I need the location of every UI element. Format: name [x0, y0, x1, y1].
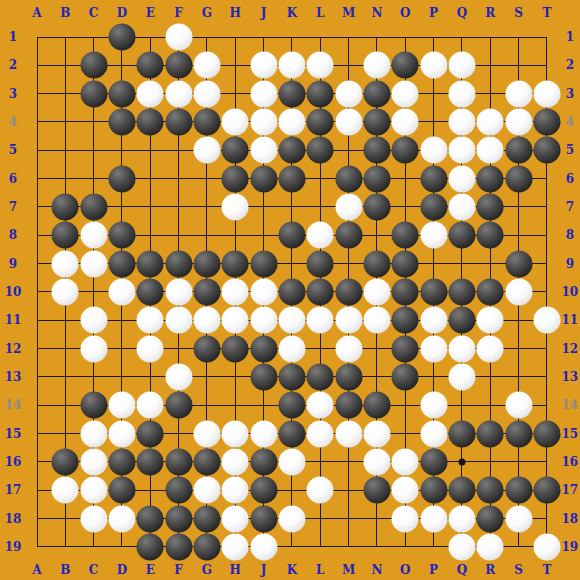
col-label-bottom-D: D — [117, 563, 127, 577]
intersection-S12[interactable] — [505, 335, 533, 363]
intersection-A7[interactable] — [23, 193, 51, 221]
intersection-P3[interactable] — [420, 80, 448, 108]
intersection-G1[interactable] — [193, 23, 221, 51]
row-label-left-2: 2 — [9, 58, 17, 72]
white-stone-B17 — [52, 477, 79, 504]
intersection-G6[interactable] — [193, 165, 221, 193]
white-stone-Q12 — [448, 335, 475, 362]
black-stone-Q10 — [448, 278, 475, 305]
intersection-H3[interactable] — [221, 80, 249, 108]
row-label-right-15: 15 — [562, 427, 579, 441]
intersection-T2[interactable] — [533, 51, 561, 79]
intersection-S19[interactable] — [505, 533, 533, 561]
black-stone-B16 — [52, 448, 79, 475]
intersection-T9[interactable] — [533, 250, 561, 278]
intersection-K1[interactable] — [278, 23, 306, 51]
intersection-C5[interactable] — [80, 136, 108, 164]
row-label-right-12: 12 — [562, 342, 579, 356]
black-stone-O10 — [392, 278, 419, 305]
intersection-J7[interactable] — [250, 193, 278, 221]
black-stone-M10 — [335, 278, 362, 305]
intersection-E5[interactable] — [136, 136, 164, 164]
row-label-right-19: 19 — [562, 540, 579, 554]
intersection-O19[interactable] — [391, 533, 419, 561]
intersection-T14[interactable] — [533, 391, 561, 419]
intersection-M18[interactable] — [335, 505, 363, 533]
black-stone-Q15 — [448, 420, 475, 447]
black-stone-N6 — [363, 165, 390, 192]
intersection-B3[interactable] — [51, 80, 79, 108]
row-label-left-7: 7 — [9, 200, 17, 214]
black-stone-E16 — [137, 448, 164, 475]
col-label-bottom-Q: Q — [457, 563, 467, 577]
row-label-right-17: 17 — [562, 483, 579, 497]
white-stone-Q5 — [448, 137, 475, 164]
intersection-S7[interactable] — [505, 193, 533, 221]
intersection-A5[interactable] — [23, 136, 51, 164]
intersection-E13[interactable] — [136, 363, 164, 391]
intersection-K17[interactable] — [278, 476, 306, 504]
white-stone-Q13 — [448, 363, 475, 390]
col-label-bottom-E: E — [146, 563, 155, 577]
white-stone-J2 — [250, 52, 277, 79]
intersection-J14[interactable] — [250, 391, 278, 419]
white-stone-H4 — [222, 108, 249, 135]
black-stone-Q17 — [448, 477, 475, 504]
black-stone-E4 — [137, 108, 164, 135]
white-stone-M11 — [335, 307, 362, 334]
col-label-bottom-F: F — [174, 563, 183, 577]
intersection-D5[interactable] — [108, 136, 136, 164]
white-stone-N16 — [363, 448, 390, 475]
intersection-A17[interactable] — [23, 476, 51, 504]
intersection-C1[interactable] — [80, 23, 108, 51]
black-stone-F16 — [165, 448, 192, 475]
black-stone-L13 — [307, 363, 334, 390]
black-stone-R6 — [477, 165, 504, 192]
intersection-C10[interactable] — [80, 278, 108, 306]
black-stone-P6 — [420, 165, 447, 192]
white-stone-H15 — [222, 420, 249, 447]
white-stone-N10 — [363, 278, 390, 305]
intersection-T8[interactable] — [533, 221, 561, 249]
black-stone-B7 — [52, 193, 79, 220]
intersection-B14[interactable] — [51, 391, 79, 419]
white-stone-G17 — [193, 477, 220, 504]
intersection-S2[interactable] — [505, 51, 533, 79]
intersection-L18[interactable] — [306, 505, 334, 533]
black-stone-E18 — [137, 505, 164, 532]
intersection-A1[interactable] — [23, 23, 51, 51]
intersection-L19[interactable] — [306, 533, 334, 561]
col-label-top-Q: Q — [457, 6, 467, 20]
black-stone-N3 — [363, 80, 390, 107]
black-stone-O12 — [392, 335, 419, 362]
intersection-T7[interactable] — [533, 193, 561, 221]
intersection-J8[interactable] — [250, 221, 278, 249]
white-stone-N15 — [363, 420, 390, 447]
intersection-E17[interactable] — [136, 476, 164, 504]
white-stone-L8 — [307, 222, 334, 249]
black-stone-F4 — [165, 108, 192, 135]
intersection-B2[interactable] — [51, 51, 79, 79]
intersection-A18[interactable] — [23, 505, 51, 533]
black-stone-N5 — [363, 137, 390, 164]
intersection-A8[interactable] — [23, 221, 51, 249]
col-label-top-K: K — [287, 6, 297, 20]
intersection-L12[interactable] — [306, 335, 334, 363]
intersection-N19[interactable] — [363, 533, 391, 561]
black-stone-K14 — [278, 392, 305, 419]
col-label-top-E: E — [146, 6, 155, 20]
intersection-H13[interactable] — [221, 363, 249, 391]
intersection-O1[interactable] — [391, 23, 419, 51]
intersection-F15[interactable] — [165, 420, 193, 448]
intersection-C13[interactable] — [80, 363, 108, 391]
intersection-P4[interactable] — [420, 108, 448, 136]
white-stone-P11 — [420, 307, 447, 334]
intersection-H8[interactable] — [221, 221, 249, 249]
intersection-S1[interactable] — [505, 23, 533, 51]
black-stone-S15 — [505, 420, 532, 447]
col-label-top-M: M — [342, 6, 355, 20]
black-stone-G12 — [193, 335, 220, 362]
intersection-K9[interactable] — [278, 250, 306, 278]
black-stone-M6 — [335, 165, 362, 192]
intersection-F7[interactable] — [165, 193, 193, 221]
col-label-bottom-O: O — [400, 563, 410, 577]
intersection-D12[interactable] — [108, 335, 136, 363]
row-label-left-6: 6 — [9, 172, 17, 186]
col-label-top-N: N — [371, 6, 382, 20]
intersection-A6[interactable] — [23, 165, 51, 193]
intersection-S13[interactable] — [505, 363, 533, 391]
black-stone-G19 — [193, 533, 220, 560]
white-stone-Q7 — [448, 193, 475, 220]
white-stone-O3 — [392, 80, 419, 107]
intersection-N1[interactable] — [363, 23, 391, 51]
intersection-M19[interactable] — [335, 533, 363, 561]
row-label-left-13: 13 — [5, 370, 22, 384]
black-stone-S17 — [505, 477, 532, 504]
black-stone-O9 — [392, 250, 419, 277]
intersection-B4[interactable] — [51, 108, 79, 136]
intersection-B19[interactable] — [51, 533, 79, 561]
row-label-right-18: 18 — [562, 512, 579, 526]
black-stone-H5 — [222, 137, 249, 164]
white-stone-K16 — [278, 448, 305, 475]
black-stone-H9 — [222, 250, 249, 277]
white-stone-E3 — [137, 80, 164, 107]
intersection-F6[interactable] — [165, 165, 193, 193]
white-stone-Q18 — [448, 505, 475, 532]
black-stone-H12 — [222, 335, 249, 362]
intersection-O7[interactable] — [391, 193, 419, 221]
white-stone-S10 — [505, 278, 532, 305]
black-stone-E2 — [137, 52, 164, 79]
intersection-A3[interactable] — [23, 80, 51, 108]
intersection-Q16[interactable] — [448, 448, 476, 476]
intersection-F12[interactable] — [165, 335, 193, 363]
intersection-H2[interactable] — [221, 51, 249, 79]
black-stone-N7 — [363, 193, 390, 220]
intersection-B12[interactable] — [51, 335, 79, 363]
intersection-G8[interactable] — [193, 221, 221, 249]
intersection-L6[interactable] — [306, 165, 334, 193]
white-stone-L15 — [307, 420, 334, 447]
col-label-bottom-L: L — [316, 563, 324, 577]
white-stone-C15 — [80, 420, 107, 447]
col-label-bottom-R: R — [485, 563, 495, 577]
white-stone-F11 — [165, 307, 192, 334]
white-stone-R19 — [477, 533, 504, 560]
black-stone-E9 — [137, 250, 164, 277]
intersection-M16[interactable] — [335, 448, 363, 476]
black-stone-R8 — [477, 222, 504, 249]
col-label-top-B: B — [60, 6, 70, 20]
intersection-A19[interactable] — [23, 533, 51, 561]
intersection-T10[interactable] — [533, 278, 561, 306]
intersection-D7[interactable] — [108, 193, 136, 221]
col-label-top-F: F — [174, 6, 183, 20]
black-stone-E10 — [137, 278, 164, 305]
intersection-T12[interactable] — [533, 335, 561, 363]
white-stone-E12 — [137, 335, 164, 362]
intersection-R16[interactable] — [476, 448, 504, 476]
intersection-B11[interactable] — [51, 306, 79, 334]
row-label-left-8: 8 — [9, 228, 17, 242]
black-stone-J12 — [250, 335, 277, 362]
intersection-O14[interactable] — [391, 391, 419, 419]
intersection-Q9[interactable] — [448, 250, 476, 278]
col-label-bottom-S: S — [514, 563, 523, 577]
black-stone-J13 — [250, 363, 277, 390]
black-stone-P16 — [420, 448, 447, 475]
white-stone-D14 — [108, 392, 135, 419]
intersection-E8[interactable] — [136, 221, 164, 249]
intersection-G14[interactable] — [193, 391, 221, 419]
row-label-left-10: 10 — [5, 285, 22, 299]
intersection-Q1[interactable] — [448, 23, 476, 51]
intersection-C19[interactable] — [80, 533, 108, 561]
intersection-P13[interactable] — [420, 363, 448, 391]
white-stone-P2 — [420, 52, 447, 79]
intersection-L7[interactable] — [306, 193, 334, 221]
white-stone-J15 — [250, 420, 277, 447]
row-label-left-17: 17 — [5, 483, 22, 497]
row-label-left-4: 4 — [9, 115, 17, 129]
black-stone-E19 — [137, 533, 164, 560]
black-stone-G18 — [193, 505, 220, 532]
intersection-A10[interactable] — [23, 278, 51, 306]
intersection-A12[interactable] — [23, 335, 51, 363]
black-stone-T17 — [533, 477, 560, 504]
intersection-G7[interactable] — [193, 193, 221, 221]
row-label-right-14: 14 — [562, 398, 579, 412]
intersection-A2[interactable] — [23, 51, 51, 79]
intersection-E7[interactable] — [136, 193, 164, 221]
intersection-N8[interactable] — [363, 221, 391, 249]
black-stone-C2 — [80, 52, 107, 79]
white-stone-L11 — [307, 307, 334, 334]
intersection-S16[interactable] — [505, 448, 533, 476]
intersection-N13[interactable] — [363, 363, 391, 391]
intersection-B18[interactable] — [51, 505, 79, 533]
black-stone-L10 — [307, 278, 334, 305]
intersection-A11[interactable] — [23, 306, 51, 334]
intersection-A15[interactable] — [23, 420, 51, 448]
white-stone-O4 — [392, 108, 419, 135]
intersection-M5[interactable] — [335, 136, 363, 164]
intersection-E1[interactable] — [136, 23, 164, 51]
white-stone-D15 — [108, 420, 135, 447]
black-stone-B8 — [52, 222, 79, 249]
black-stone-O8 — [392, 222, 419, 249]
intersection-O6[interactable] — [391, 165, 419, 193]
col-label-bottom-B: B — [60, 563, 70, 577]
black-stone-K10 — [278, 278, 305, 305]
white-stone-Q2 — [448, 52, 475, 79]
black-stone-S6 — [505, 165, 532, 192]
intersection-P9[interactable] — [420, 250, 448, 278]
intersection-T13[interactable] — [533, 363, 561, 391]
black-stone-R18 — [477, 505, 504, 532]
intersection-T18[interactable] — [533, 505, 561, 533]
row-label-left-19: 19 — [5, 540, 22, 554]
intersection-P19[interactable] — [420, 533, 448, 561]
white-stone-F10 — [165, 278, 192, 305]
white-stone-L2 — [307, 52, 334, 79]
black-stone-G9 — [193, 250, 220, 277]
black-stone-K15 — [278, 420, 305, 447]
row-label-left-5: 5 — [9, 143, 17, 157]
col-label-top-S: S — [514, 6, 523, 20]
intersection-A9[interactable] — [23, 250, 51, 278]
intersection-H14[interactable] — [221, 391, 249, 419]
intersection-T6[interactable] — [533, 165, 561, 193]
intersection-R13[interactable] — [476, 363, 504, 391]
black-stone-M13 — [335, 363, 362, 390]
row-label-right-8: 8 — [566, 228, 574, 242]
intersection-D13[interactable] — [108, 363, 136, 391]
row-label-right-3: 3 — [566, 87, 574, 101]
intersection-R1[interactable] — [476, 23, 504, 51]
white-stone-S18 — [505, 505, 532, 532]
intersection-A16[interactable] — [23, 448, 51, 476]
row-label-left-12: 12 — [5, 342, 22, 356]
black-stone-F18 — [165, 505, 192, 532]
intersection-N18[interactable] — [363, 505, 391, 533]
black-stone-R7 — [477, 193, 504, 220]
intersection-M1[interactable] — [335, 23, 363, 51]
intersection-D2[interactable] — [108, 51, 136, 79]
go-board[interactable]: AA11BB22CC33DD44EE55FF66GG77HH88JJ99KK10… — [0, 0, 580, 580]
intersection-A4[interactable] — [23, 108, 51, 136]
white-stone-Q19 — [448, 533, 475, 560]
intersection-Q14[interactable] — [448, 391, 476, 419]
intersection-D19[interactable] — [108, 533, 136, 561]
intersection-R9[interactable] — [476, 250, 504, 278]
intersection-R2[interactable] — [476, 51, 504, 79]
col-label-bottom-T: T — [542, 563, 551, 577]
intersection-M2[interactable] — [335, 51, 363, 79]
white-stone-S14 — [505, 392, 532, 419]
intersection-M9[interactable] — [335, 250, 363, 278]
intersection-D11[interactable] — [108, 306, 136, 334]
white-stone-C16 — [80, 448, 107, 475]
black-stone-O11 — [392, 307, 419, 334]
black-stone-K6 — [278, 165, 305, 192]
row-label-right-4: 4 — [566, 115, 574, 129]
intersection-K19[interactable] — [278, 533, 306, 561]
black-stone-G16 — [193, 448, 220, 475]
intersection-A13[interactable] — [23, 363, 51, 391]
intersection-B15[interactable] — [51, 420, 79, 448]
white-stone-H7 — [222, 193, 249, 220]
intersection-J1[interactable] — [250, 23, 278, 51]
intersection-B13[interactable] — [51, 363, 79, 391]
black-stone-S9 — [505, 250, 532, 277]
intersection-S11[interactable] — [505, 306, 533, 334]
white-stone-M4 — [335, 108, 362, 135]
row-label-left-18: 18 — [5, 512, 22, 526]
black-stone-Q8 — [448, 222, 475, 249]
intersection-F8[interactable] — [165, 221, 193, 249]
intersection-P1[interactable] — [420, 23, 448, 51]
intersection-E6[interactable] — [136, 165, 164, 193]
white-stone-N11 — [363, 307, 390, 334]
white-stone-K4 — [278, 108, 305, 135]
row-label-right-1: 1 — [566, 30, 574, 44]
col-label-bottom-H: H — [230, 563, 241, 577]
intersection-H1[interactable] — [221, 23, 249, 51]
intersection-R3[interactable] — [476, 80, 504, 108]
black-stone-C14 — [80, 392, 107, 419]
white-stone-B9 — [52, 250, 79, 277]
black-stone-N14 — [363, 392, 390, 419]
black-stone-J9 — [250, 250, 277, 277]
col-label-top-R: R — [485, 6, 495, 20]
intersection-N12[interactable] — [363, 335, 391, 363]
intersection-S8[interactable] — [505, 221, 533, 249]
intersection-O15[interactable] — [391, 420, 419, 448]
intersection-K7[interactable] — [278, 193, 306, 221]
intersection-B1[interactable] — [51, 23, 79, 51]
intersection-B6[interactable] — [51, 165, 79, 193]
intersection-C4[interactable] — [80, 108, 108, 136]
row-label-left-9: 9 — [9, 257, 17, 271]
black-stone-N9 — [363, 250, 390, 277]
intersection-L1[interactable] — [306, 23, 334, 51]
white-stone-F13 — [165, 363, 192, 390]
white-stone-C18 — [80, 505, 107, 532]
intersection-C6[interactable] — [80, 165, 108, 193]
col-label-bottom-G: G — [202, 563, 212, 577]
black-stone-D9 — [108, 250, 135, 277]
intersection-B5[interactable] — [51, 136, 79, 164]
intersection-T16[interactable] — [533, 448, 561, 476]
intersection-L16[interactable] — [306, 448, 334, 476]
intersection-A14[interactable] — [23, 391, 51, 419]
row-label-right-2: 2 — [566, 58, 574, 72]
intersection-G13[interactable] — [193, 363, 221, 391]
intersection-T1[interactable] — [533, 23, 561, 51]
intersection-R14[interactable] — [476, 391, 504, 419]
intersection-F5[interactable] — [165, 136, 193, 164]
intersection-M17[interactable] — [335, 476, 363, 504]
row-label-left-11: 11 — [5, 313, 22, 327]
white-stone-O18 — [392, 505, 419, 532]
